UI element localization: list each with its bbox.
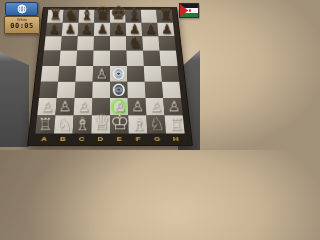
legal-move-decal-e4[interactable] [112,68,124,80]
square-c6[interactable] [77,36,94,50]
square-f4[interactable] [127,66,145,82]
square-g5[interactable] [143,51,161,66]
piece-black-knight-b8[interactable]: ♞ [64,7,77,22]
file-label-e: E [110,135,129,144]
piece-white-bishop-c1[interactable]: ♗ [74,115,90,133]
square-e1[interactable]: ♔ [110,115,129,133]
square-b7[interactable]: ♟ [62,23,79,37]
square-b1[interactable]: ♘ [54,115,74,133]
square-d7[interactable]: ♟ [94,23,110,37]
square-f5[interactable] [126,51,143,66]
file-label-g: G [147,135,166,144]
chess-board: ♜♞♝♛♚♝♜♟♟♟♟♟♟♟♟♞♙♙♙♙♙♙♙♙♖♘♗♕♔♗♘♖ ABCDEFG… [27,7,193,146]
legal-move-decal-e3[interactable] [112,83,125,96]
piece-black-queen-d8[interactable]: ♛ [94,5,110,22]
piece-white-king-e1[interactable]: ♔ [110,111,129,133]
square-a6[interactable] [44,36,62,50]
game-clock: White 00:05 [4,16,40,34]
square-a7[interactable]: ♟ [46,23,63,37]
square-g6[interactable] [142,36,159,50]
square-b6[interactable] [61,36,78,50]
piece-black-pawn-h7[interactable]: ♟ [161,23,172,36]
piece-white-knight-g1[interactable]: ♘ [149,115,165,133]
piece-black-bishop-f8[interactable]: ♝ [127,7,140,22]
square-b5[interactable] [59,51,77,66]
piece-black-pawn-c7[interactable]: ♟ [80,23,91,36]
file-coordinates: ABCDEFGH [34,135,186,144]
file-label-a: A [34,135,54,144]
file-label-h: H [166,135,186,144]
square-a3[interactable] [39,81,58,98]
square-f6[interactable]: ♞ [126,36,143,50]
piece-black-rook-h8[interactable]: ♜ [159,8,172,22]
square-a5[interactable] [42,51,60,66]
piece-white-rook-a1[interactable]: ♖ [37,116,52,133]
board-squares: ♜♞♝♛♚♝♜♟♟♟♟♟♟♟♟♞♙♙♙♙♙♙♙♙♖♘♗♕♔♗♘♖ [35,10,184,134]
square-h7[interactable]: ♟ [157,23,174,37]
piece-white-pawn-a2[interactable]: ♙ [40,100,53,114]
square-d3[interactable] [92,81,110,98]
captured-pieces-tray-left [0,52,29,147]
file-label-b: B [53,135,72,144]
square-c5[interactable] [76,51,93,66]
globe-button[interactable] [5,2,38,16]
file-label-c: C [72,135,91,144]
piece-black-bishop-c8[interactable]: ♝ [80,7,93,22]
globe-icon [17,4,27,14]
clock-time: 00:05 [5,22,39,30]
piece-white-queen-d1[interactable]: ♕ [91,112,109,133]
piece-white-bishop-f1[interactable]: ♗ [130,115,146,133]
square-d5[interactable] [93,51,110,66]
square-h5[interactable] [159,51,177,66]
square-h6[interactable] [158,36,176,50]
square-h3[interactable] [162,81,181,98]
square-h4[interactable] [161,66,180,82]
square-a2[interactable]: ♙ [37,98,57,115]
square-c4[interactable] [75,66,93,82]
square-e4[interactable] [110,66,127,82]
square-c7[interactable]: ♟ [78,23,94,37]
square-f3[interactable] [127,81,145,98]
square-f1[interactable]: ♗ [128,115,147,133]
square-h1[interactable]: ♖ [165,115,185,133]
square-e3[interactable] [110,81,128,98]
piece-white-pawn-d4[interactable]: ♙ [95,67,107,81]
file-label-d: D [91,135,110,144]
piece-black-knight-f6[interactable]: ♞ [128,35,142,51]
file-label-f: F [129,135,148,144]
square-c1[interactable]: ♗ [73,115,92,133]
square-c3[interactable] [75,81,93,98]
square-b3[interactable] [57,81,76,98]
piece-black-rook-a8[interactable]: ♜ [49,8,62,22]
square-d6[interactable] [94,36,110,50]
piece-black-pawn-a7[interactable]: ♟ [48,23,59,36]
square-g3[interactable] [145,81,164,98]
square-g1[interactable]: ♘ [146,115,166,133]
square-g7[interactable]: ♟ [142,23,159,37]
square-d4[interactable]: ♙ [93,66,110,82]
piece-black-pawn-d7[interactable]: ♟ [96,23,107,36]
square-e5[interactable] [110,51,127,66]
square-d1[interactable]: ♕ [91,115,110,133]
opponent-flag-western-sahara [179,3,199,18]
piece-black-pawn-e7[interactable]: ♟ [112,23,123,36]
square-e7[interactable]: ♟ [110,23,126,37]
piece-black-pawn-b7[interactable]: ♟ [64,23,75,36]
square-h2[interactable]: ♙ [163,98,183,115]
piece-black-pawn-g7[interactable]: ♟ [145,23,156,36]
piece-black-king-e8[interactable]: ♚ [110,4,126,22]
piece-white-rook-h1[interactable]: ♖ [168,116,183,133]
square-e6[interactable] [110,36,126,50]
square-g4[interactable] [144,66,162,82]
square-a1[interactable]: ♖ [35,115,55,133]
square-b4[interactable] [58,66,76,82]
square-a4[interactable] [41,66,60,82]
piece-white-knight-b1[interactable]: ♘ [55,115,71,133]
piece-white-pawn-h2[interactable]: ♙ [167,100,180,114]
